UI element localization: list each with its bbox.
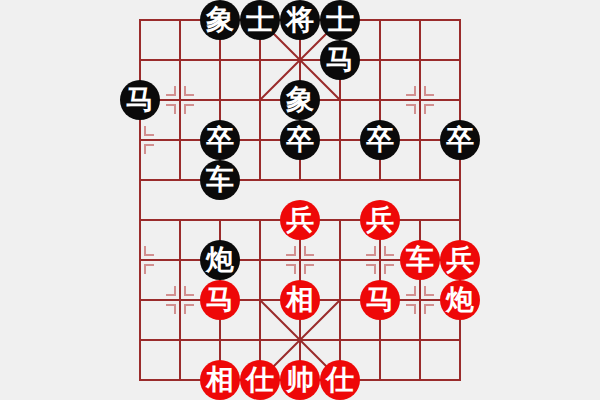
point-marker-arm (166, 304, 176, 314)
point-marker-arm (286, 264, 296, 274)
piece-black-advisor[interactable]: 士 (320, 0, 360, 40)
point-marker-arm (144, 126, 154, 136)
piece-red-advisor[interactable]: 仕 (240, 360, 280, 400)
point-marker-arm (424, 104, 434, 114)
piece-red-soldier[interactable]: 兵 (280, 200, 320, 240)
point-marker (126, 246, 154, 274)
point-marker (166, 286, 194, 314)
point-marker-arm (184, 86, 194, 96)
piece-black-advisor[interactable]: 士 (240, 0, 280, 40)
point-marker (366, 246, 394, 274)
piece-black-cannon[interactable]: 炮 (200, 240, 240, 280)
piece-red-advisor[interactable]: 仕 (320, 360, 360, 400)
piece-black-soldier[interactable]: 卒 (280, 120, 320, 160)
point-marker-arm (144, 246, 154, 256)
point-marker (406, 86, 434, 114)
point-marker-arm (144, 264, 154, 274)
point-marker-arm (304, 246, 314, 256)
xiangqi-board: 象士将士马马象卒卒卒卒车炮兵兵车兵马相马炮相仕帅仕 (0, 0, 600, 400)
point-marker-arm (184, 304, 194, 314)
piece-red-soldier[interactable]: 兵 (440, 240, 480, 280)
piece-black-soldier[interactable]: 卒 (440, 120, 480, 160)
point-marker-arm (286, 246, 296, 256)
piece-black-elephant[interactable]: 象 (200, 0, 240, 40)
point-marker-arm (384, 264, 394, 274)
piece-black-soldier[interactable]: 卒 (360, 120, 400, 160)
piece-red-general[interactable]: 帅 (280, 360, 320, 400)
piece-red-soldier[interactable]: 兵 (360, 200, 400, 240)
piece-red-elephant[interactable]: 相 (280, 280, 320, 320)
piece-black-elephant[interactable]: 象 (280, 80, 320, 120)
point-marker-arm (166, 286, 176, 296)
point-marker-arm (406, 104, 416, 114)
point-marker (126, 126, 154, 154)
piece-red-horse[interactable]: 马 (200, 280, 240, 320)
piece-red-chariot[interactable]: 车 (400, 240, 440, 280)
piece-black-horse[interactable]: 马 (120, 80, 160, 120)
point-marker-arm (144, 144, 154, 154)
piece-black-horse[interactable]: 马 (320, 40, 360, 80)
point-marker-arm (366, 264, 376, 274)
point-marker-arm (406, 286, 416, 296)
piece-red-elephant[interactable]: 相 (200, 360, 240, 400)
point-marker-arm (184, 286, 194, 296)
point-marker-arm (424, 304, 434, 314)
piece-red-horse[interactable]: 马 (360, 280, 400, 320)
grid-line (459, 19, 461, 381)
grid-line (139, 19, 141, 381)
piece-black-general[interactable]: 将 (280, 0, 320, 40)
piece-red-cannon[interactable]: 炮 (440, 280, 480, 320)
point-marker-arm (366, 246, 376, 256)
point-marker-arm (406, 86, 416, 96)
point-marker-arm (166, 86, 176, 96)
point-marker (406, 286, 434, 314)
point-marker-arm (424, 86, 434, 96)
point-marker-arm (304, 264, 314, 274)
point-marker-arm (184, 104, 194, 114)
point-marker-arm (384, 246, 394, 256)
point-marker (286, 246, 314, 274)
point-marker-arm (406, 304, 416, 314)
piece-black-soldier[interactable]: 卒 (200, 120, 240, 160)
point-marker-arm (424, 286, 434, 296)
point-marker-arm (166, 104, 176, 114)
piece-black-chariot[interactable]: 车 (200, 160, 240, 200)
point-marker (166, 86, 194, 114)
